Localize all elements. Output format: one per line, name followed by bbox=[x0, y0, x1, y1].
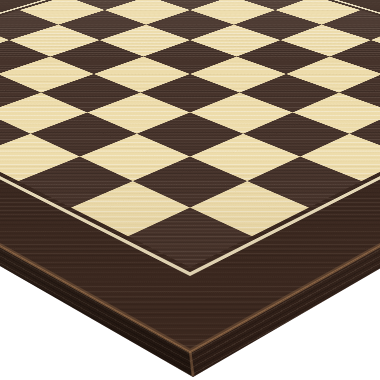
chessboard-product-photo bbox=[0, 0, 380, 380]
playing-field bbox=[0, 0, 380, 267]
